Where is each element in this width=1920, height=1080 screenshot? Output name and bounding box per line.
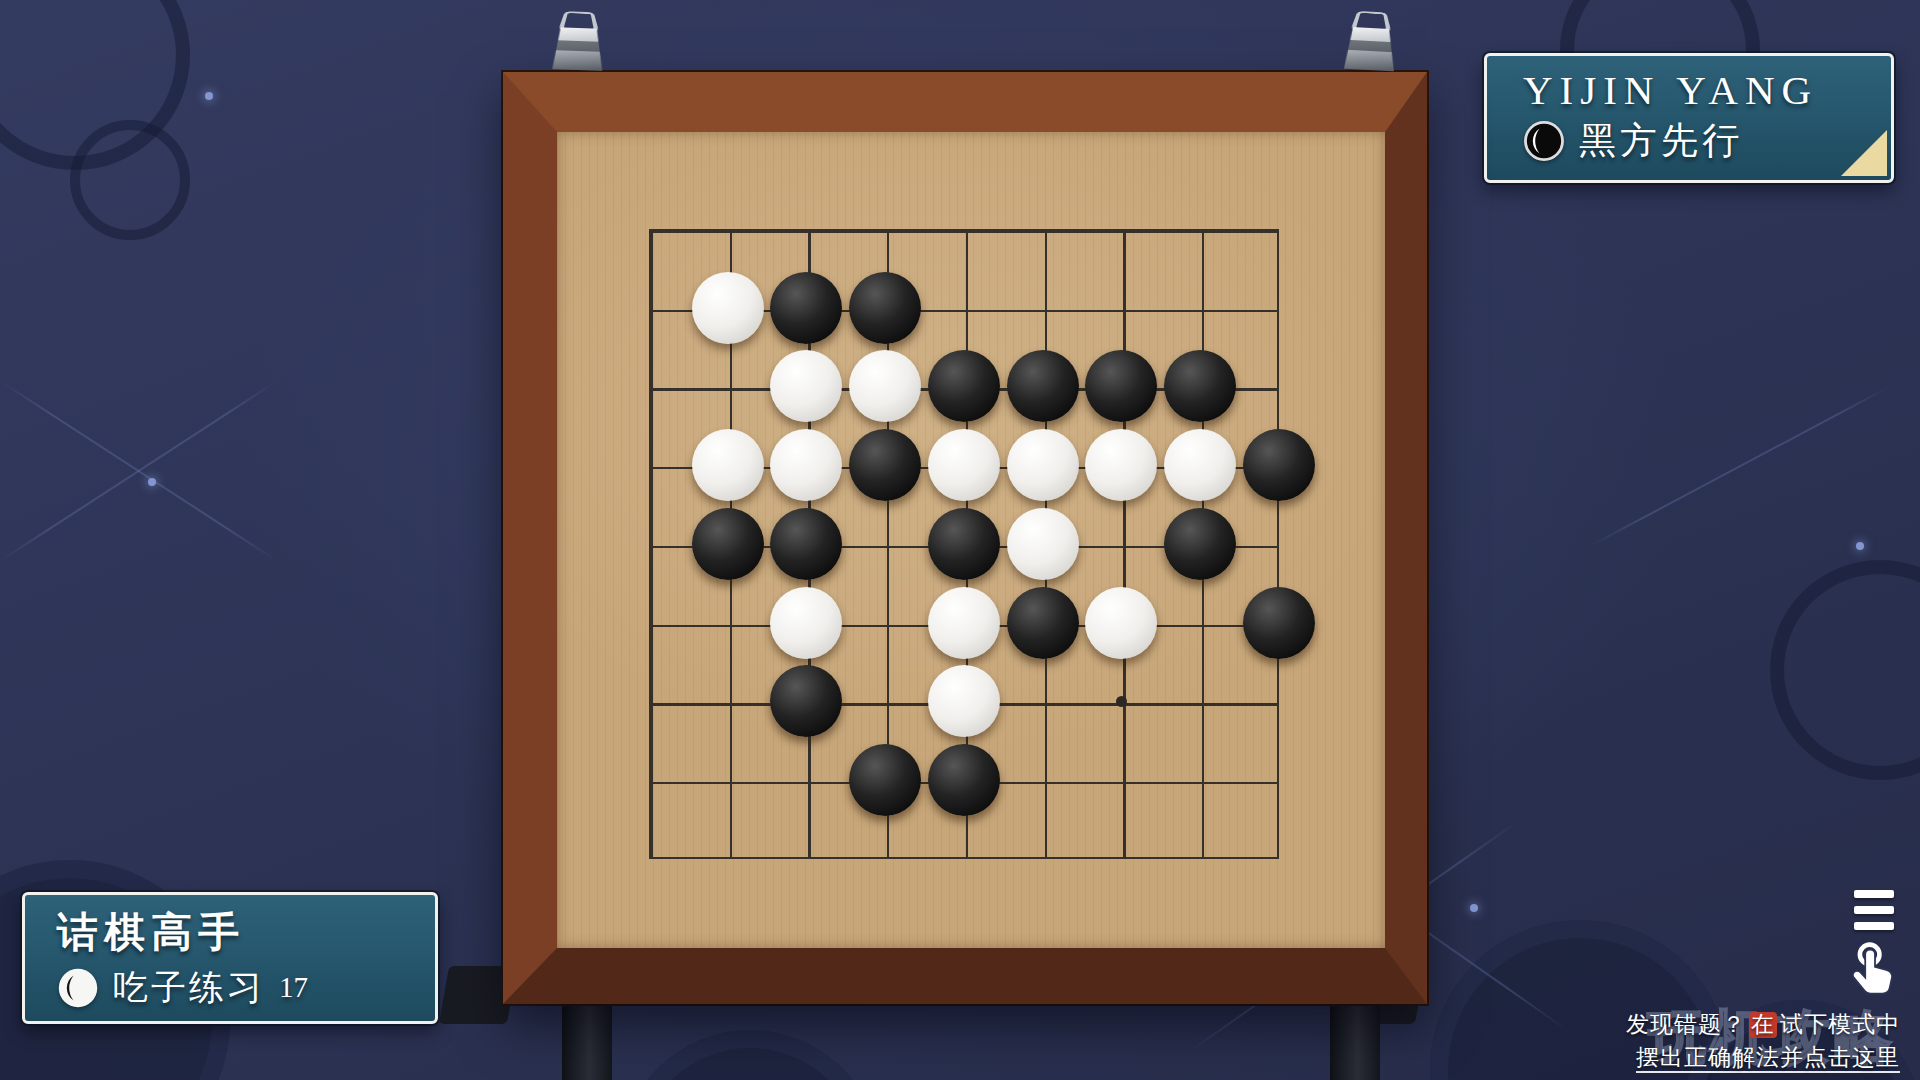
black-stone[interactable]: [928, 744, 1000, 816]
report-help-text: 发现错题？在试下模式中 摆出正确解法并点击这里: [1626, 1008, 1900, 1074]
black-stone[interactable]: [770, 272, 842, 344]
circuit-ring: [1770, 560, 1920, 780]
binder-clip-left: [544, 3, 611, 95]
black-stone[interactable]: [1007, 587, 1079, 659]
circuit-ring: [70, 120, 190, 240]
corner-fold-triangle[interactable]: [1841, 130, 1887, 176]
player-name: YIJIN YANG: [1523, 66, 1891, 114]
circuit-disc: [620, 1030, 880, 1080]
white-stone[interactable]: [1164, 429, 1236, 501]
black-stone[interactable]: [692, 508, 764, 580]
puzzle-series-title: 诘棋高手: [57, 905, 435, 960]
hamburger-icon: [1854, 922, 1894, 930]
black-stone[interactable]: [849, 272, 921, 344]
clip-body: [1344, 27, 1396, 72]
puzzle-banner: 诘棋高手 吃子练习 17: [22, 892, 438, 1024]
circuit-dot: [1856, 542, 1864, 550]
turn-indicator-label: 黑方先行: [1579, 116, 1743, 166]
clip-body: [552, 27, 603, 71]
hamburger-icon: [1854, 906, 1894, 914]
easel-leg-right: [1330, 1000, 1380, 1080]
hoshi-point: [1116, 696, 1127, 707]
black-stone[interactable]: [1243, 587, 1315, 659]
circuit-dot: [1470, 904, 1478, 912]
go-board-grid[interactable]: [610, 190, 1319, 899]
black-stone[interactable]: [928, 350, 1000, 422]
hand-pointer-icon: [1846, 942, 1904, 1006]
black-stone[interactable]: [770, 508, 842, 580]
black-stone[interactable]: [1243, 429, 1315, 501]
black-stone[interactable]: [849, 744, 921, 816]
hamburger-icon: [1854, 890, 1894, 898]
circuit-line: [1590, 385, 1891, 546]
white-stone[interactable]: [1007, 429, 1079, 501]
white-stone[interactable]: [770, 587, 842, 659]
help-line-1: 发现错题？在试下模式中: [1626, 1008, 1900, 1041]
binder-clip-right: [1336, 2, 1405, 95]
white-stone[interactable]: [928, 665, 1000, 737]
help-line-2[interactable]: 摆出正确解法并点击这里: [1626, 1041, 1900, 1074]
menu-button[interactable]: [1854, 890, 1898, 930]
white-stone-icon: [57, 967, 99, 1009]
circuit-dot: [148, 478, 156, 486]
white-stone[interactable]: [1007, 508, 1079, 580]
white-stone[interactable]: [928, 429, 1000, 501]
report-link: 摆出正确解法并点击这里: [1636, 1045, 1900, 1073]
white-stone[interactable]: [692, 272, 764, 344]
highlight-badge: 在: [1749, 1012, 1777, 1038]
circuit-dot: [205, 92, 213, 100]
black-stone[interactable]: [849, 429, 921, 501]
app-background: { "game": { "name": "Go (weiqi) capture …: [0, 0, 1920, 1080]
puzzle-category-label: 吃子练习: [113, 964, 265, 1011]
white-stone[interactable]: [928, 587, 1000, 659]
player-banner: YIJIN YANG 黑方先行: [1484, 53, 1894, 183]
black-stone[interactable]: [928, 508, 1000, 580]
white-stone[interactable]: [1085, 587, 1157, 659]
white-stone[interactable]: [692, 429, 764, 501]
black-stone-icon: [1523, 120, 1565, 162]
easel-leg-left: [562, 1000, 612, 1080]
puzzle-number: 17: [279, 971, 308, 1004]
black-stone[interactable]: [1164, 508, 1236, 580]
black-stone[interactable]: [1007, 350, 1079, 422]
